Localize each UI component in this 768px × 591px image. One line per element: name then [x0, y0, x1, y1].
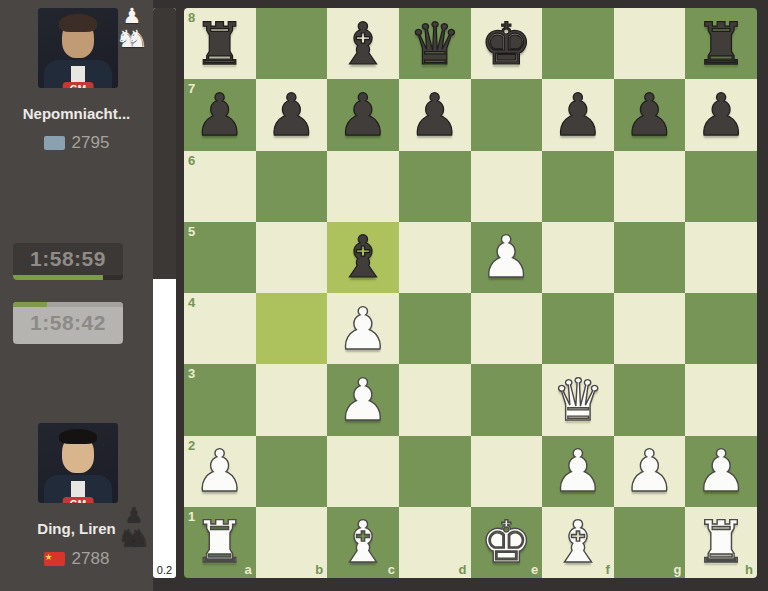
square-d7[interactable]: ♟	[399, 79, 471, 150]
square-f5[interactable]	[542, 222, 614, 293]
square-h4[interactable]	[685, 293, 757, 364]
white-queen-f3[interactable]: ♛	[542, 364, 614, 435]
clock-progress-track-top	[13, 275, 123, 280]
square-e4[interactable]	[471, 293, 543, 364]
black-pawn-b7[interactable]: ♟	[256, 79, 328, 150]
white-rook-a1[interactable]: ♜	[184, 507, 256, 578]
square-e5[interactable]: ♟	[471, 222, 543, 293]
player-name-bottom: Ding, Liren	[0, 520, 153, 537]
white-pawn-f2[interactable]: ♟	[542, 436, 614, 507]
china-flag-icon: ★	[44, 552, 65, 566]
rank-label-3: 3	[188, 366, 195, 381]
square-a2[interactable]: 2♟	[184, 436, 256, 507]
square-a8[interactable]: 8♜	[184, 8, 256, 79]
sidebar: GM ♟♞♞ Nepomniacht... 2795 1:58:59 1:58:…	[0, 0, 153, 591]
captured-white-knight-icon: ♞	[127, 27, 149, 51]
black-pawn-h7[interactable]: ♟	[685, 79, 757, 150]
black-pawn-a7[interactable]: ♟	[184, 79, 256, 150]
black-bishop-c8[interactable]: ♝	[327, 8, 399, 79]
file-label-g: g	[673, 562, 681, 577]
rating-row-bottom: ★ 2788	[0, 549, 153, 569]
square-f8[interactable]	[542, 8, 614, 79]
square-c8[interactable]: ♝	[327, 8, 399, 79]
square-g7[interactable]: ♟	[614, 79, 686, 150]
white-bishop-c1[interactable]: ♝	[327, 507, 399, 578]
eval-bar-black-portion	[153, 8, 176, 279]
square-g6[interactable]	[614, 151, 686, 222]
square-d5[interactable]	[399, 222, 471, 293]
square-g8[interactable]	[614, 8, 686, 79]
square-h2[interactable]: ♟	[685, 436, 757, 507]
square-c5[interactable]: ♝	[327, 222, 399, 293]
square-g3[interactable]	[614, 364, 686, 435]
avatar-hair	[59, 14, 97, 32]
rank-label-6: 6	[188, 153, 195, 168]
square-g5[interactable]	[614, 222, 686, 293]
square-c7[interactable]: ♟	[327, 79, 399, 150]
rating-bottom: 2788	[72, 549, 110, 569]
square-h6[interactable]	[685, 151, 757, 222]
rating-row-top: 2795	[0, 133, 153, 153]
square-c1[interactable]: c♝	[327, 507, 399, 578]
fide-flag-icon	[44, 136, 65, 150]
avatar-hair	[59, 429, 97, 444]
rating-top: 2795	[72, 133, 110, 153]
square-f4[interactable]	[542, 293, 614, 364]
square-h5[interactable]	[685, 222, 757, 293]
square-e8[interactable]: ♚	[471, 8, 543, 79]
square-d3[interactable]	[399, 364, 471, 435]
captured-pieces-top: ♟♞♞	[116, 5, 148, 51]
square-f2[interactable]: ♟	[542, 436, 614, 507]
eval-bar: 0.2	[153, 8, 176, 578]
square-c6[interactable]	[327, 151, 399, 222]
clock-time-top: 1:58:59	[13, 247, 123, 271]
square-b8[interactable]	[256, 8, 328, 79]
square-g1[interactable]: g	[614, 507, 686, 578]
square-d6[interactable]	[399, 151, 471, 222]
square-e2[interactable]	[471, 436, 543, 507]
square-f7[interactable]: ♟	[542, 79, 614, 150]
black-pawn-d7[interactable]: ♟	[399, 79, 471, 150]
black-pawn-c7[interactable]: ♟	[327, 79, 399, 150]
square-b7[interactable]: ♟	[256, 79, 328, 150]
square-b2[interactable]	[256, 436, 328, 507]
white-pawn-c4[interactable]: ♟	[327, 293, 399, 364]
square-e1[interactable]: e♚	[471, 507, 543, 578]
player-name-top: Nepomniacht...	[0, 105, 153, 122]
clock-time-bottom: 1:58:42	[13, 311, 123, 335]
avatar-top-player: GM	[38, 8, 118, 88]
captured-white-pawn-icon: ♟	[123, 5, 142, 27]
game-viewer: GM ♟♞♞ Nepomniacht... 2795 1:58:59 1:58:…	[0, 0, 768, 591]
clock-progress-fill-bottom	[13, 302, 47, 307]
clock-bottom-player: 1:58:42	[13, 302, 123, 344]
clock-top-player: 1:58:59	[13, 243, 123, 280]
white-king-e1[interactable]: ♚	[471, 507, 543, 578]
square-c4[interactable]: ♟	[327, 293, 399, 364]
square-b6[interactable]	[256, 151, 328, 222]
white-rook-h1[interactable]: ♜	[685, 507, 757, 578]
square-d4[interactable]	[399, 293, 471, 364]
square-g2[interactable]: ♟	[614, 436, 686, 507]
square-e7[interactable]	[471, 79, 543, 150]
square-f1[interactable]: f♝	[542, 507, 614, 578]
square-a3[interactable]: 3	[184, 364, 256, 435]
square-a1[interactable]: 1a♜	[184, 507, 256, 578]
white-pawn-a2[interactable]: ♟	[184, 436, 256, 507]
black-rook-h8[interactable]: ♜	[685, 8, 757, 79]
white-pawn-e5[interactable]: ♟	[471, 222, 543, 293]
square-a6[interactable]: 6	[184, 151, 256, 222]
square-f3[interactable]: ♛	[542, 364, 614, 435]
square-d8[interactable]: ♛	[399, 8, 471, 79]
square-d1[interactable]: d	[399, 507, 471, 578]
chess-board[interactable]: 8♜♝♛♚♜7♟♟♟♟♟♟♟65♝♟4♟3♟♛2♟♟♟♟1a♜bc♝de♚f♝g…	[184, 8, 757, 578]
square-e6[interactable]	[471, 151, 543, 222]
file-label-d: d	[459, 562, 467, 577]
rank-label-5: 5	[188, 224, 195, 239]
white-pawn-c3[interactable]: ♟	[327, 364, 399, 435]
white-pawn-g2[interactable]: ♟	[614, 436, 686, 507]
black-pawn-f7[interactable]: ♟	[542, 79, 614, 150]
square-c2[interactable]	[327, 436, 399, 507]
square-a7[interactable]: 7♟	[184, 79, 256, 150]
square-h7[interactable]: ♟	[685, 79, 757, 150]
square-h8[interactable]: ♜	[685, 8, 757, 79]
clock-progress-fill-top	[13, 275, 103, 280]
black-king-e8[interactable]: ♚	[471, 8, 543, 79]
square-f6[interactable]	[542, 151, 614, 222]
clock-progress-track-bottom	[13, 302, 123, 307]
square-b5[interactable]	[256, 222, 328, 293]
rank-label-4: 4	[188, 295, 195, 310]
black-bishop-c5[interactable]: ♝	[327, 222, 399, 293]
eval-value: 0.2	[153, 564, 176, 576]
square-c3[interactable]: ♟	[327, 364, 399, 435]
white-pawn-h2[interactable]: ♟	[685, 436, 757, 507]
square-b4[interactable]	[256, 293, 328, 364]
square-a5[interactable]: 5	[184, 222, 256, 293]
file-label-b: b	[315, 562, 323, 577]
square-a4[interactable]: 4	[184, 293, 256, 364]
black-pawn-g7[interactable]: ♟	[614, 79, 686, 150]
title-badge-top: GM	[63, 82, 94, 88]
white-bishop-f1[interactable]: ♝	[542, 507, 614, 578]
square-e3[interactable]	[471, 364, 543, 435]
square-d2[interactable]	[399, 436, 471, 507]
square-h1[interactable]: h♜	[685, 507, 757, 578]
square-b1[interactable]: b	[256, 507, 328, 578]
square-g4[interactable]	[614, 293, 686, 364]
square-b3[interactable]	[256, 364, 328, 435]
black-rook-a8[interactable]: ♜	[184, 8, 256, 79]
black-queen-d8[interactable]: ♛	[399, 8, 471, 79]
title-badge-bottom: GM	[63, 497, 94, 503]
avatar-bottom-player: GM	[38, 423, 118, 503]
square-h3[interactable]	[685, 364, 757, 435]
